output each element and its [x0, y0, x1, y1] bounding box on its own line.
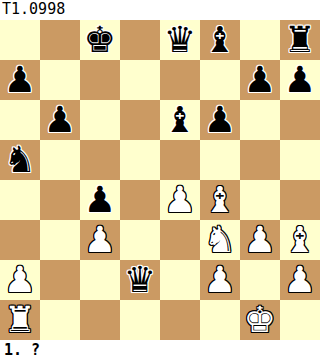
square-e8[interactable]: ♛	[160, 20, 200, 60]
square-d2[interactable]: ♛	[120, 260, 160, 300]
square-g8[interactable]	[240, 20, 280, 60]
square-f3[interactable]: ♞	[200, 220, 240, 260]
piece-white-pawn[interactable]: ♟	[164, 180, 196, 220]
square-b4[interactable]	[40, 180, 80, 220]
square-f7[interactable]	[200, 60, 240, 100]
square-f1[interactable]	[200, 300, 240, 340]
square-g7[interactable]: ♟	[240, 60, 280, 100]
square-c1[interactable]	[80, 300, 120, 340]
square-h8[interactable]: ♜	[280, 20, 320, 60]
piece-white-pawn[interactable]: ♟	[4, 260, 36, 300]
square-b3[interactable]	[40, 220, 80, 260]
move-prompt: 1. ?	[0, 340, 320, 360]
square-d8[interactable]	[120, 20, 160, 60]
piece-black-pawn[interactable]: ♟	[284, 60, 316, 100]
square-b8[interactable]	[40, 20, 80, 60]
square-d3[interactable]	[120, 220, 160, 260]
square-d7[interactable]	[120, 60, 160, 100]
piece-white-bishop[interactable]: ♝	[284, 220, 316, 260]
piece-black-pawn[interactable]: ♟	[4, 60, 36, 100]
chess-board: ♚♛♝♜♟♟♟♟♝♟♞♟♟♝♟♞♟♝♟♛♟♟♜♚	[0, 20, 320, 340]
square-d5[interactable]	[120, 140, 160, 180]
piece-black-pawn[interactable]: ♟	[244, 60, 276, 100]
square-h2[interactable]: ♟	[280, 260, 320, 300]
square-d4[interactable]	[120, 180, 160, 220]
piece-black-pawn[interactable]: ♟	[84, 180, 116, 220]
piece-white-pawn[interactable]: ♟	[204, 260, 236, 300]
square-c8[interactable]: ♚	[80, 20, 120, 60]
piece-white-rook[interactable]: ♜	[4, 300, 36, 340]
square-a6[interactable]	[0, 100, 40, 140]
piece-white-knight[interactable]: ♞	[204, 220, 236, 260]
square-c3[interactable]: ♟	[80, 220, 120, 260]
piece-white-king[interactable]: ♚	[244, 300, 276, 340]
square-a1[interactable]: ♜	[0, 300, 40, 340]
square-a5[interactable]: ♞	[0, 140, 40, 180]
square-f6[interactable]: ♟	[200, 100, 240, 140]
puzzle-title: T1.0998	[0, 0, 320, 20]
square-b6[interactable]: ♟	[40, 100, 80, 140]
piece-black-pawn[interactable]: ♟	[204, 100, 236, 140]
piece-black-rook[interactable]: ♜	[284, 20, 316, 60]
square-a2[interactable]: ♟	[0, 260, 40, 300]
square-a3[interactable]	[0, 220, 40, 260]
square-g5[interactable]	[240, 140, 280, 180]
square-h3[interactable]: ♝	[280, 220, 320, 260]
square-b7[interactable]	[40, 60, 80, 100]
square-f5[interactable]	[200, 140, 240, 180]
square-h5[interactable]	[280, 140, 320, 180]
piece-black-queen[interactable]: ♛	[164, 20, 196, 60]
square-a8[interactable]	[0, 20, 40, 60]
piece-white-bishop[interactable]: ♝	[204, 180, 236, 220]
piece-black-bishop[interactable]: ♝	[204, 20, 236, 60]
piece-black-knight[interactable]: ♞	[4, 140, 36, 180]
square-f8[interactable]: ♝	[200, 20, 240, 60]
square-c5[interactable]	[80, 140, 120, 180]
square-f4[interactable]: ♝	[200, 180, 240, 220]
square-e5[interactable]	[160, 140, 200, 180]
square-b2[interactable]	[40, 260, 80, 300]
piece-black-queen[interactable]: ♛	[124, 260, 156, 300]
square-h1[interactable]	[280, 300, 320, 340]
square-c2[interactable]	[80, 260, 120, 300]
square-e3[interactable]	[160, 220, 200, 260]
square-c6[interactable]	[80, 100, 120, 140]
square-e7[interactable]	[160, 60, 200, 100]
piece-white-pawn[interactable]: ♟	[244, 220, 276, 260]
square-f2[interactable]: ♟	[200, 260, 240, 300]
piece-black-bishop[interactable]: ♝	[164, 100, 196, 140]
square-d1[interactable]	[120, 300, 160, 340]
square-g3[interactable]: ♟	[240, 220, 280, 260]
square-d6[interactable]	[120, 100, 160, 140]
piece-black-king[interactable]: ♚	[84, 20, 116, 60]
square-g1[interactable]: ♚	[240, 300, 280, 340]
square-h7[interactable]: ♟	[280, 60, 320, 100]
square-c4[interactable]: ♟	[80, 180, 120, 220]
square-e1[interactable]	[160, 300, 200, 340]
square-g4[interactable]	[240, 180, 280, 220]
piece-white-pawn[interactable]: ♟	[84, 220, 116, 260]
square-b5[interactable]	[40, 140, 80, 180]
square-g2[interactable]	[240, 260, 280, 300]
square-b1[interactable]	[40, 300, 80, 340]
square-a7[interactable]: ♟	[0, 60, 40, 100]
piece-white-pawn[interactable]: ♟	[284, 260, 316, 300]
piece-black-pawn[interactable]: ♟	[44, 100, 76, 140]
square-e2[interactable]	[160, 260, 200, 300]
square-e4[interactable]: ♟	[160, 180, 200, 220]
square-g6[interactable]	[240, 100, 280, 140]
square-a4[interactable]	[0, 180, 40, 220]
square-c7[interactable]	[80, 60, 120, 100]
square-h6[interactable]	[280, 100, 320, 140]
square-e6[interactable]: ♝	[160, 100, 200, 140]
square-h4[interactable]	[280, 180, 320, 220]
